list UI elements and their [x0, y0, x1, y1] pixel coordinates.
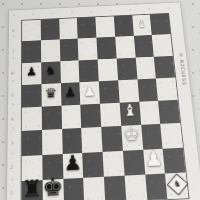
rank-label-1: 1 — [10, 191, 13, 197]
square-f1 — [124, 174, 147, 200]
square-a5 — [22, 84, 42, 108]
square-e3 — [101, 126, 122, 151]
square-f2 — [123, 149, 145, 175]
square-b5: ♛ — [41, 83, 61, 107]
square-d3 — [81, 127, 102, 152]
piece-black-queen: ♛ — [45, 86, 58, 100]
square-a1: ♜ — [22, 180, 43, 200]
board-brand-text: © NZCHESS — [178, 52, 188, 86]
square-f8 — [114, 16, 134, 37]
square-a2 — [22, 155, 43, 181]
square-c4 — [61, 105, 81, 129]
square-a4 — [22, 107, 42, 132]
piece-white-pawn: ♟ — [83, 84, 96, 98]
square-g8: ♝ — [132, 15, 152, 36]
square-d5: ♟ — [80, 81, 100, 105]
piece-white-king: ♚ — [123, 125, 141, 144]
piece-black-pawn: ♟ — [63, 151, 82, 173]
square-g7 — [133, 35, 154, 57]
piece-black-king: ♚ — [42, 176, 63, 200]
square-e7 — [96, 37, 116, 59]
square-c3 — [62, 128, 83, 153]
square-d1 — [83, 176, 105, 200]
rank-label-2: 2 — [10, 165, 13, 170]
square-g6 — [135, 56, 156, 79]
square-e2 — [103, 150, 125, 176]
square-d8 — [77, 17, 96, 38]
square-b1: ♚ — [42, 179, 63, 200]
rank-label-3: 3 — [11, 140, 14, 145]
square-c1 — [63, 178, 85, 200]
square-b8 — [40, 19, 59, 41]
square-e5 — [99, 80, 120, 104]
knight-logo-icon: ♞ — [173, 180, 181, 189]
square-e4 — [100, 103, 121, 127]
square-h7 — [152, 34, 173, 56]
chessboard-mat: ♝♟♞♛♟♟♝♚♟♟♜♚♞ © NZCHESS abcdefgh 8765432… — [6, 2, 200, 200]
chessboard-grid: ♝♟♞♛♟♟♝♚♟♟♜♚♞ — [21, 13, 190, 200]
square-b6: ♞ — [41, 61, 60, 84]
square-e6 — [98, 58, 118, 81]
square-f7 — [115, 36, 135, 58]
square-a8 — [22, 20, 41, 42]
square-g1 — [145, 173, 168, 200]
square-e8 — [95, 16, 115, 37]
square-g3 — [141, 124, 163, 149]
rank-label-7: 7 — [12, 49, 15, 54]
square-b4 — [41, 106, 61, 131]
square-h3 — [160, 123, 182, 148]
square-f6 — [116, 57, 137, 80]
square-c2: ♟ — [62, 152, 83, 178]
square-g2: ♟ — [143, 148, 165, 174]
square-a3 — [22, 130, 42, 155]
piece-black-pawn: ♟ — [26, 65, 37, 77]
corner-logo-emblem: ♞ — [166, 174, 188, 197]
piece-black-rook: ♜ — [22, 177, 43, 200]
piece-black-knight: ♞ — [45, 64, 56, 76]
square-d7 — [78, 38, 98, 60]
square-h4 — [158, 100, 180, 124]
piece-white-bishop: ♝ — [137, 19, 147, 29]
square-d4 — [81, 104, 102, 128]
square-h8 — [150, 14, 170, 35]
square-b7 — [41, 40, 60, 62]
rank-label-5: 5 — [11, 93, 14, 98]
square-c5: ♟ — [60, 82, 80, 106]
piece-black-pawn: ♟ — [64, 85, 77, 99]
square-g5 — [137, 78, 158, 102]
photo-scene: ♝♟♞♛♟♟♝♚♟♟♜♚♞ © NZCHESS abcdefgh 8765432… — [0, 0, 200, 200]
square-f5 — [118, 79, 139, 103]
square-d6 — [79, 59, 99, 82]
square-c8 — [59, 18, 78, 40]
square-a6: ♟ — [22, 62, 41, 85]
square-f3: ♚ — [121, 125, 143, 150]
square-h1: ♞ — [165, 172, 188, 199]
square-f4: ♝ — [119, 102, 140, 126]
rank-labels: 87654321 — [10, 20, 15, 200]
rank-label-8: 8 — [12, 28, 15, 32]
square-g4 — [139, 101, 161, 125]
square-h5 — [156, 77, 178, 101]
square-h6 — [154, 55, 175, 78]
square-a7 — [22, 41, 41, 63]
square-e1 — [104, 175, 126, 200]
square-d2 — [82, 151, 103, 177]
rank-label-6: 6 — [11, 71, 14, 76]
piece-white-pawn: ♟ — [144, 147, 164, 168]
square-c7 — [59, 39, 78, 61]
piece-white-bishop: ♝ — [122, 103, 137, 119]
square-c6 — [60, 60, 80, 83]
rank-label-4: 4 — [11, 116, 14, 121]
square-b3 — [42, 129, 62, 154]
square-b2 — [42, 154, 63, 180]
square-h2 — [163, 147, 186, 173]
